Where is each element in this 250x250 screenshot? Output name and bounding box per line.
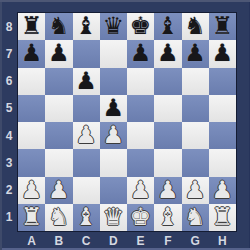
rank-label-6: 6 (0, 68, 18, 95)
file-label-e: E (127, 231, 154, 250)
square-g7[interactable]: ♟ (182, 40, 209, 67)
square-d3[interactable] (100, 149, 127, 176)
square-d6[interactable] (100, 68, 127, 95)
black-pawn[interactable]: ♟ (157, 40, 179, 67)
square-g2[interactable]: ♟ (182, 177, 209, 204)
black-rook[interactable]: ♜ (212, 13, 234, 40)
black-king[interactable]: ♚ (130, 13, 152, 40)
square-g1[interactable]: ♞ (182, 204, 209, 231)
black-knight[interactable]: ♞ (48, 13, 70, 40)
square-a5[interactable] (18, 95, 45, 122)
black-knight[interactable]: ♞ (184, 13, 206, 40)
square-b4[interactable] (45, 122, 72, 149)
square-c8[interactable]: ♝ (73, 13, 100, 40)
black-rook[interactable]: ♜ (21, 13, 43, 40)
chess-board-widget: 87654321 ♜♞♝♛♚♝♞♜♟♟♟♟♟♟♟♟♟♟♟♟♟♟♟♟♜♞♝♛♚♝♞… (0, 0, 250, 250)
white-pawn[interactable]: ♟ (21, 177, 43, 204)
square-f4[interactable] (154, 122, 181, 149)
square-e6[interactable] (127, 68, 154, 95)
square-f2[interactable]: ♟ (154, 177, 181, 204)
black-pawn[interactable]: ♟ (75, 68, 97, 95)
square-g4[interactable] (182, 122, 209, 149)
square-d7[interactable] (100, 40, 127, 67)
square-b1[interactable]: ♞ (45, 204, 72, 231)
square-e4[interactable] (127, 122, 154, 149)
file-label-d: D (100, 231, 127, 250)
square-e1[interactable]: ♚ (127, 204, 154, 231)
square-a4[interactable] (18, 122, 45, 149)
square-d8[interactable]: ♛ (100, 13, 127, 40)
square-h2[interactable]: ♟ (209, 177, 236, 204)
rank-labels: 87654321 (0, 13, 18, 231)
file-labels: ABCDEFGH (18, 231, 236, 250)
white-bishop[interactable]: ♝ (157, 204, 179, 231)
square-f6[interactable] (154, 68, 181, 95)
black-pawn[interactable]: ♟ (212, 40, 234, 67)
rank-label-2: 2 (0, 177, 18, 204)
square-b3[interactable] (45, 149, 72, 176)
black-pawn[interactable]: ♟ (103, 95, 125, 122)
chess-board: ♜♞♝♛♚♝♞♜♟♟♟♟♟♟♟♟♟♟♟♟♟♟♟♟♜♞♝♛♚♝♞♜ (18, 13, 236, 231)
white-king[interactable]: ♚ (130, 204, 152, 231)
file-label-b: B (45, 231, 72, 250)
rank-label-8: 8 (0, 13, 18, 40)
rank-label-7: 7 (0, 40, 18, 67)
white-rook[interactable]: ♜ (212, 204, 234, 231)
white-pawn[interactable]: ♟ (103, 122, 125, 149)
file-label-f: F (154, 231, 181, 250)
square-g3[interactable] (182, 149, 209, 176)
rank-label-1: 1 (0, 204, 18, 231)
square-h8[interactable]: ♜ (209, 13, 236, 40)
white-queen[interactable]: ♛ (103, 204, 125, 231)
square-a8[interactable]: ♜ (18, 13, 45, 40)
square-f7[interactable]: ♟ (154, 40, 181, 67)
white-pawn[interactable]: ♟ (212, 177, 234, 204)
square-e5[interactable] (127, 95, 154, 122)
square-c1[interactable]: ♝ (73, 204, 100, 231)
square-a7[interactable]: ♟ (18, 40, 45, 67)
square-b8[interactable]: ♞ (45, 13, 72, 40)
white-bishop[interactable]: ♝ (75, 204, 97, 231)
square-a6[interactable] (18, 68, 45, 95)
black-pawn[interactable]: ♟ (130, 40, 152, 67)
square-f3[interactable] (154, 149, 181, 176)
black-bishop[interactable]: ♝ (75, 13, 97, 40)
square-h7[interactable]: ♟ (209, 40, 236, 67)
square-e2[interactable]: ♟ (127, 177, 154, 204)
black-queen[interactable]: ♛ (103, 13, 125, 40)
white-pawn[interactable]: ♟ (130, 177, 152, 204)
square-g5[interactable] (182, 95, 209, 122)
square-c6[interactable]: ♟ (73, 68, 100, 95)
square-c2[interactable] (73, 177, 100, 204)
square-a1[interactable]: ♜ (18, 204, 45, 231)
file-label-h: H (209, 231, 236, 250)
square-a3[interactable] (18, 149, 45, 176)
square-c7[interactable] (73, 40, 100, 67)
square-h6[interactable] (209, 68, 236, 95)
square-f1[interactable]: ♝ (154, 204, 181, 231)
square-e3[interactable] (127, 149, 154, 176)
square-c5[interactable] (73, 95, 100, 122)
square-d2[interactable] (100, 177, 127, 204)
file-label-a: A (18, 231, 45, 250)
white-knight[interactable]: ♞ (48, 204, 70, 231)
square-g6[interactable] (182, 68, 209, 95)
white-pawn[interactable]: ♟ (184, 177, 206, 204)
square-h5[interactable] (209, 95, 236, 122)
square-c3[interactable] (73, 149, 100, 176)
white-pawn[interactable]: ♟ (75, 122, 97, 149)
white-rook[interactable]: ♜ (21, 204, 43, 231)
black-pawn[interactable]: ♟ (21, 40, 43, 67)
white-pawn[interactable]: ♟ (48, 177, 70, 204)
square-d5[interactable]: ♟ (100, 95, 127, 122)
square-b2[interactable]: ♟ (45, 177, 72, 204)
square-f5[interactable] (154, 95, 181, 122)
white-knight[interactable]: ♞ (184, 204, 206, 231)
square-b6[interactable] (45, 68, 72, 95)
square-d4[interactable]: ♟ (100, 122, 127, 149)
square-h4[interactable] (209, 122, 236, 149)
file-label-c: C (73, 231, 100, 250)
square-b7[interactable]: ♟ (45, 40, 72, 67)
rank-label-3: 3 (0, 149, 18, 176)
square-f8[interactable]: ♝ (154, 13, 181, 40)
black-pawn[interactable]: ♟ (48, 40, 70, 67)
file-label-g: G (182, 231, 209, 250)
square-b5[interactable] (45, 95, 72, 122)
rank-label-5: 5 (0, 95, 18, 122)
rank-label-4: 4 (0, 122, 18, 149)
square-g8[interactable]: ♞ (182, 13, 209, 40)
white-pawn[interactable]: ♟ (157, 177, 179, 204)
square-d1[interactable]: ♛ (100, 204, 127, 231)
black-pawn[interactable]: ♟ (184, 40, 206, 67)
square-c4[interactable]: ♟ (73, 122, 100, 149)
square-e8[interactable]: ♚ (127, 13, 154, 40)
square-e7[interactable]: ♟ (127, 40, 154, 67)
square-h1[interactable]: ♜ (209, 204, 236, 231)
black-bishop[interactable]: ♝ (157, 13, 179, 40)
square-a2[interactable]: ♟ (18, 177, 45, 204)
square-h3[interactable] (209, 149, 236, 176)
